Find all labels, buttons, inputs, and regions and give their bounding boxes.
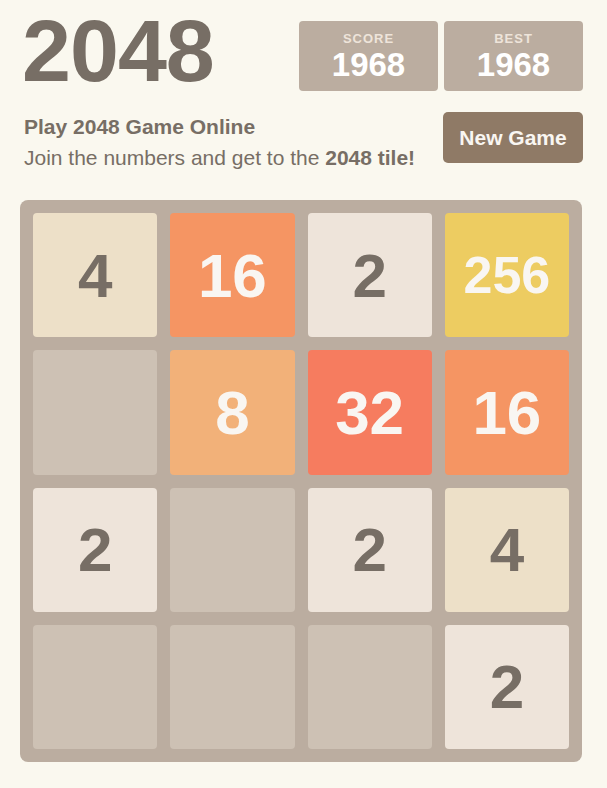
scoreboard: SCORE 1968 BEST 1968	[299, 21, 583, 91]
tile-2: 2	[308, 213, 432, 337]
best-value: 1968	[477, 46, 550, 84]
tile-256: 256	[445, 213, 569, 337]
subtitle-goal-text: 2048 tile!	[325, 146, 415, 169]
tile-8: 8	[170, 350, 294, 474]
tile-2: 2	[308, 488, 432, 612]
tile-2: 2	[33, 488, 157, 612]
page-heading: Play 2048 Game Online	[24, 114, 255, 140]
tile-4: 4	[33, 213, 157, 337]
tile-4: 4	[445, 488, 569, 612]
tile-2: 2	[445, 625, 569, 749]
empty-cell	[170, 488, 294, 612]
page-subtitle: Join the numbers and get to the 2048 til…	[24, 145, 415, 171]
new-game-button[interactable]: New Game	[443, 112, 583, 163]
app-title: 2048	[22, 10, 214, 92]
score-value: 1968	[332, 46, 405, 84]
empty-cell	[33, 625, 157, 749]
subtitle-text: Join the numbers and get to the	[24, 146, 325, 169]
empty-cell	[170, 625, 294, 749]
empty-cell	[308, 625, 432, 749]
page: 2048 SCORE 1968 BEST 1968 Play 2048 Game…	[0, 0, 607, 788]
best-box: BEST 1968	[444, 21, 583, 91]
score-box: SCORE 1968	[299, 21, 438, 91]
tile-16: 16	[445, 350, 569, 474]
empty-cell	[33, 350, 157, 474]
best-label: BEST	[494, 31, 533, 46]
score-label: SCORE	[343, 31, 394, 46]
game-board[interactable]: 4162256832162242	[20, 200, 582, 762]
tile-16: 16	[170, 213, 294, 337]
tile-32: 32	[308, 350, 432, 474]
